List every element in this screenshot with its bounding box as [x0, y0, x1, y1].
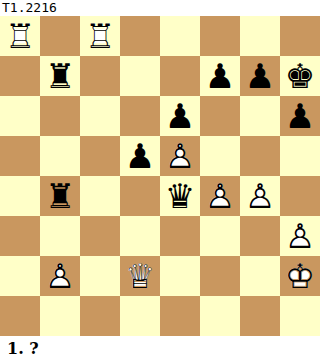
square-d1[interactable]	[120, 296, 160, 336]
square-c1[interactable]	[80, 296, 120, 336]
square-e8[interactable]	[160, 16, 200, 56]
square-g6[interactable]	[240, 96, 280, 136]
square-d3[interactable]	[120, 216, 160, 256]
white-pawn: ♟♙	[240, 176, 280, 216]
white-queen: ♛♕	[120, 256, 160, 296]
white-pawn: ♟♙	[160, 136, 200, 176]
square-b4[interactable]: ♜	[40, 176, 80, 216]
square-g2[interactable]	[240, 256, 280, 296]
square-d2[interactable]: ♛♕	[120, 256, 160, 296]
square-a5[interactable]	[0, 136, 40, 176]
white-king: ♚♔	[280, 256, 320, 296]
square-h4[interactable]	[280, 176, 320, 216]
white-rook: ♜♖	[80, 16, 120, 56]
square-e4[interactable]: ♛	[160, 176, 200, 216]
square-d4[interactable]	[120, 176, 160, 216]
square-b7[interactable]: ♜	[40, 56, 80, 96]
square-a7[interactable]	[0, 56, 40, 96]
black-pawn: ♟	[280, 96, 320, 136]
square-g7[interactable]: ♟	[240, 56, 280, 96]
square-g3[interactable]	[240, 216, 280, 256]
square-c7[interactable]	[80, 56, 120, 96]
black-pawn: ♟	[200, 56, 240, 96]
square-b8[interactable]	[40, 16, 80, 56]
white-rook: ♜♖	[0, 16, 40, 56]
square-e5[interactable]: ♟♙	[160, 136, 200, 176]
square-c6[interactable]	[80, 96, 120, 136]
square-a4[interactable]	[0, 176, 40, 216]
square-c3[interactable]	[80, 216, 120, 256]
square-h5[interactable]	[280, 136, 320, 176]
square-a1[interactable]	[0, 296, 40, 336]
black-pawn: ♟	[240, 56, 280, 96]
square-b2[interactable]: ♟♙	[40, 256, 80, 296]
square-a2[interactable]	[0, 256, 40, 296]
square-f8[interactable]	[200, 16, 240, 56]
square-c5[interactable]	[80, 136, 120, 176]
square-e6[interactable]: ♟	[160, 96, 200, 136]
square-f2[interactable]	[200, 256, 240, 296]
square-e3[interactable]	[160, 216, 200, 256]
square-c8[interactable]: ♜♖	[80, 16, 120, 56]
square-g5[interactable]	[240, 136, 280, 176]
black-queen: ♛	[160, 176, 200, 216]
square-a3[interactable]	[0, 216, 40, 256]
square-f4[interactable]: ♟♙	[200, 176, 240, 216]
square-f3[interactable]	[200, 216, 240, 256]
square-b3[interactable]	[40, 216, 80, 256]
square-g8[interactable]	[240, 16, 280, 56]
black-pawn: ♟	[160, 96, 200, 136]
move-prompt: 1. ?	[0, 336, 320, 360]
black-king: ♚	[280, 56, 320, 96]
square-d8[interactable]	[120, 16, 160, 56]
square-e2[interactable]	[160, 256, 200, 296]
square-e7[interactable]	[160, 56, 200, 96]
square-f6[interactable]	[200, 96, 240, 136]
square-g1[interactable]	[240, 296, 280, 336]
square-b6[interactable]	[40, 96, 80, 136]
white-pawn: ♟♙	[40, 256, 80, 296]
square-f1[interactable]	[200, 296, 240, 336]
square-d5[interactable]: ♟	[120, 136, 160, 176]
black-pawn: ♟	[120, 136, 160, 176]
square-e1[interactable]	[160, 296, 200, 336]
square-c2[interactable]	[80, 256, 120, 296]
square-a8[interactable]: ♜♖	[0, 16, 40, 56]
square-b1[interactable]	[40, 296, 80, 336]
square-d6[interactable]	[120, 96, 160, 136]
square-a6[interactable]	[0, 96, 40, 136]
chess-board: ♜♖♜♖♜♟♟♚♟♟♟♟♙♜♛♟♙♟♙♟♙♟♙♛♕♚♔	[0, 16, 320, 336]
puzzle-window: T1.2216 ♜♖♜♖♜♟♟♚♟♟♟♟♙♜♛♟♙♟♙♟♙♟♙♛♕♚♔ 1. ?	[0, 0, 320, 360]
square-f5[interactable]	[200, 136, 240, 176]
square-h6[interactable]: ♟	[280, 96, 320, 136]
black-rook: ♜	[40, 176, 80, 216]
square-h7[interactable]: ♚	[280, 56, 320, 96]
square-f7[interactable]: ♟	[200, 56, 240, 96]
square-c4[interactable]	[80, 176, 120, 216]
square-h2[interactable]: ♚♔	[280, 256, 320, 296]
square-h1[interactable]	[280, 296, 320, 336]
square-d7[interactable]	[120, 56, 160, 96]
white-pawn: ♟♙	[200, 176, 240, 216]
square-h3[interactable]: ♟♙	[280, 216, 320, 256]
white-pawn: ♟♙	[280, 216, 320, 256]
square-h8[interactable]	[280, 16, 320, 56]
square-g4[interactable]: ♟♙	[240, 176, 280, 216]
black-rook: ♜	[40, 56, 80, 96]
square-b5[interactable]	[40, 136, 80, 176]
puzzle-id: T1.2216	[0, 0, 320, 16]
